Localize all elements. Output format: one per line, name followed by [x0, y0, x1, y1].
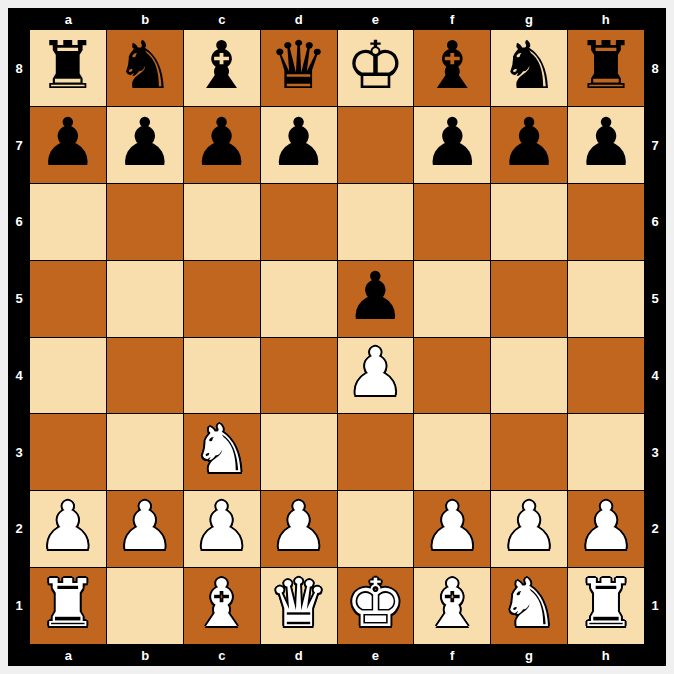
- piece-black-king-icon[interactable]: ♔: [346, 33, 405, 99]
- rank-label-8-right: 8: [644, 30, 666, 107]
- piece-white-pawn-icon[interactable]: ♟: [115, 494, 174, 560]
- square-f7[interactable]: ♟: [414, 107, 490, 183]
- square-h3[interactable]: [568, 414, 644, 490]
- square-g3[interactable]: [491, 414, 567, 490]
- piece-white-pawn-icon[interactable]: ♟: [269, 494, 328, 560]
- rank-label-2-left: 2: [8, 491, 30, 568]
- rank-label-4-left: 4: [8, 337, 30, 414]
- rank-label-2-right: 2: [644, 491, 666, 568]
- square-h4[interactable]: [568, 338, 644, 414]
- file-labels-bottom: abcdefgh: [30, 644, 644, 666]
- square-a2[interactable]: ♟: [30, 491, 106, 567]
- piece-white-pawn-icon[interactable]: ♟: [38, 494, 97, 560]
- piece-black-bishop-icon[interactable]: ♝: [192, 33, 251, 99]
- square-a1[interactable]: ♜: [30, 568, 106, 644]
- rank-labels-left: 87654321: [8, 30, 30, 644]
- piece-black-queen-icon[interactable]: ♛: [269, 33, 328, 99]
- square-b6[interactable]: [107, 184, 183, 260]
- square-c6[interactable]: [184, 184, 260, 260]
- square-g4[interactable]: [491, 338, 567, 414]
- square-d1[interactable]: ♛: [261, 568, 337, 644]
- square-d6[interactable]: [261, 184, 337, 260]
- square-b2[interactable]: ♟: [107, 491, 183, 567]
- piece-white-pawn-icon[interactable]: ♟: [500, 494, 559, 560]
- square-g7[interactable]: ♟: [491, 107, 567, 183]
- file-label-c-bottom: c: [184, 644, 261, 666]
- square-h8[interactable]: ♜: [568, 30, 644, 106]
- piece-white-bishop-icon[interactable]: ♝: [192, 571, 251, 637]
- piece-black-pawn-icon[interactable]: ♟: [346, 264, 405, 330]
- square-d3[interactable]: [261, 414, 337, 490]
- square-g1[interactable]: ♞: [491, 568, 567, 644]
- square-e1[interactable]: ♚: [338, 568, 414, 644]
- rank-label-8-left: 8: [8, 30, 30, 107]
- square-a7[interactable]: ♟: [30, 107, 106, 183]
- rank-labels-right: 87654321: [644, 30, 666, 644]
- file-label-a-top: a: [30, 8, 107, 30]
- piece-white-bishop-icon[interactable]: ♝: [423, 571, 482, 637]
- rank-label-5-right: 5: [644, 260, 666, 337]
- file-label-e-bottom: e: [337, 644, 414, 666]
- square-e7[interactable]: [338, 107, 414, 183]
- piece-black-knight-icon[interactable]: ♞: [500, 33, 559, 99]
- rank-label-6-right: 6: [644, 184, 666, 261]
- file-label-d-bottom: d: [260, 644, 337, 666]
- square-h1[interactable]: ♜: [568, 568, 644, 644]
- square-b8[interactable]: ♞: [107, 30, 183, 106]
- board-frame: abcdefgh 87654321 ♜♞♝♛♔♝♞♜♟♟♟♟♟♟♟♟♟♞♟♟♟♟…: [8, 8, 666, 666]
- square-d2[interactable]: ♟: [261, 491, 337, 567]
- square-f6[interactable]: [414, 184, 490, 260]
- piece-black-pawn-icon[interactable]: ♟: [115, 110, 174, 176]
- square-e2[interactable]: [338, 491, 414, 567]
- file-label-g-bottom: g: [491, 644, 568, 666]
- square-c4[interactable]: [184, 338, 260, 414]
- file-label-h-top: h: [567, 8, 644, 30]
- square-c8[interactable]: ♝: [184, 30, 260, 106]
- square-d5[interactable]: [261, 261, 337, 337]
- piece-white-king-icon[interactable]: ♚: [346, 571, 405, 637]
- file-label-d-top: d: [260, 8, 337, 30]
- square-a8[interactable]: ♜: [30, 30, 106, 106]
- square-c3[interactable]: ♞: [184, 414, 260, 490]
- rank-label-3-left: 3: [8, 414, 30, 491]
- square-b3[interactable]: [107, 414, 183, 490]
- square-c2[interactable]: ♟: [184, 491, 260, 567]
- piece-black-pawn-icon[interactable]: ♟: [269, 110, 328, 176]
- square-f3[interactable]: [414, 414, 490, 490]
- square-c1[interactable]: ♝: [184, 568, 260, 644]
- file-label-g-top: g: [491, 8, 568, 30]
- rank-label-1-right: 1: [644, 567, 666, 644]
- file-label-b-bottom: b: [107, 644, 184, 666]
- piece-black-pawn-icon[interactable]: ♟: [500, 110, 559, 176]
- rank-label-5-left: 5: [8, 260, 30, 337]
- square-f4[interactable]: [414, 338, 490, 414]
- piece-black-pawn-icon[interactable]: ♟: [576, 110, 635, 176]
- rank-label-1-left: 1: [8, 567, 30, 644]
- piece-black-rook-icon[interactable]: ♜: [576, 33, 635, 99]
- square-e6[interactable]: [338, 184, 414, 260]
- square-b7[interactable]: ♟: [107, 107, 183, 183]
- square-b5[interactable]: [107, 261, 183, 337]
- piece-white-queen-icon[interactable]: ♛: [269, 571, 328, 637]
- piece-white-pawn-icon[interactable]: ♟: [192, 494, 251, 560]
- square-e5[interactable]: ♟: [338, 261, 414, 337]
- square-e3[interactable]: [338, 414, 414, 490]
- square-f2[interactable]: ♟: [414, 491, 490, 567]
- rank-label-6-left: 6: [8, 184, 30, 261]
- file-label-b-top: b: [107, 8, 184, 30]
- file-label-f-top: f: [414, 8, 491, 30]
- square-f1[interactable]: ♝: [414, 568, 490, 644]
- piece-white-knight-icon[interactable]: ♞: [500, 571, 559, 637]
- board: ♜♞♝♛♔♝♞♜♟♟♟♟♟♟♟♟♟♞♟♟♟♟♟♟♟♜♝♛♚♝♞♜: [30, 30, 644, 644]
- square-a3[interactable]: [30, 414, 106, 490]
- rank-label-4-right: 4: [644, 337, 666, 414]
- square-f5[interactable]: [414, 261, 490, 337]
- piece-black-pawn-icon[interactable]: ♟: [423, 110, 482, 176]
- rank-label-3-right: 3: [644, 414, 666, 491]
- square-a5[interactable]: [30, 261, 106, 337]
- piece-black-bishop-icon[interactable]: ♝: [423, 33, 482, 99]
- piece-white-rook-icon[interactable]: ♜: [38, 571, 97, 637]
- square-g5[interactable]: [491, 261, 567, 337]
- piece-white-knight-icon[interactable]: ♞: [192, 417, 251, 483]
- piece-black-rook-icon[interactable]: ♜: [38, 33, 97, 99]
- file-label-c-top: c: [184, 8, 261, 30]
- square-a6[interactable]: [30, 184, 106, 260]
- square-h2[interactable]: ♟: [568, 491, 644, 567]
- square-d4[interactable]: [261, 338, 337, 414]
- square-a4[interactable]: [30, 338, 106, 414]
- square-d7[interactable]: ♟: [261, 107, 337, 183]
- piece-white-rook-icon[interactable]: ♜: [576, 571, 635, 637]
- square-h6[interactable]: [568, 184, 644, 260]
- square-h7[interactable]: ♟: [568, 107, 644, 183]
- file-label-a-bottom: a: [30, 644, 107, 666]
- square-c7[interactable]: ♟: [184, 107, 260, 183]
- square-d8[interactable]: ♛: [261, 30, 337, 106]
- square-e8[interactable]: ♔: [338, 30, 414, 106]
- square-c5[interactable]: [184, 261, 260, 337]
- piece-black-knight-icon[interactable]: ♞: [115, 33, 174, 99]
- file-label-e-top: e: [337, 8, 414, 30]
- square-b4[interactable]: [107, 338, 183, 414]
- piece-white-pawn-icon[interactable]: ♟: [423, 494, 482, 560]
- piece-black-pawn-icon[interactable]: ♟: [192, 110, 251, 176]
- piece-black-pawn-icon[interactable]: ♟: [38, 110, 97, 176]
- rank-label-7-left: 7: [8, 107, 30, 184]
- square-b1[interactable]: [107, 568, 183, 644]
- square-e4[interactable]: ♟: [338, 338, 414, 414]
- piece-white-pawn-icon[interactable]: ♟: [346, 340, 405, 406]
- file-labels-top: abcdefgh: [30, 8, 644, 30]
- square-f8[interactable]: ♝: [414, 30, 490, 106]
- square-h5[interactable]: [568, 261, 644, 337]
- file-label-h-bottom: h: [567, 644, 644, 666]
- rank-label-7-right: 7: [644, 107, 666, 184]
- file-label-f-bottom: f: [414, 644, 491, 666]
- square-g8[interactable]: ♞: [491, 30, 567, 106]
- square-g6[interactable]: [491, 184, 567, 260]
- piece-white-pawn-icon[interactable]: ♟: [576, 494, 635, 560]
- square-g2[interactable]: ♟: [491, 491, 567, 567]
